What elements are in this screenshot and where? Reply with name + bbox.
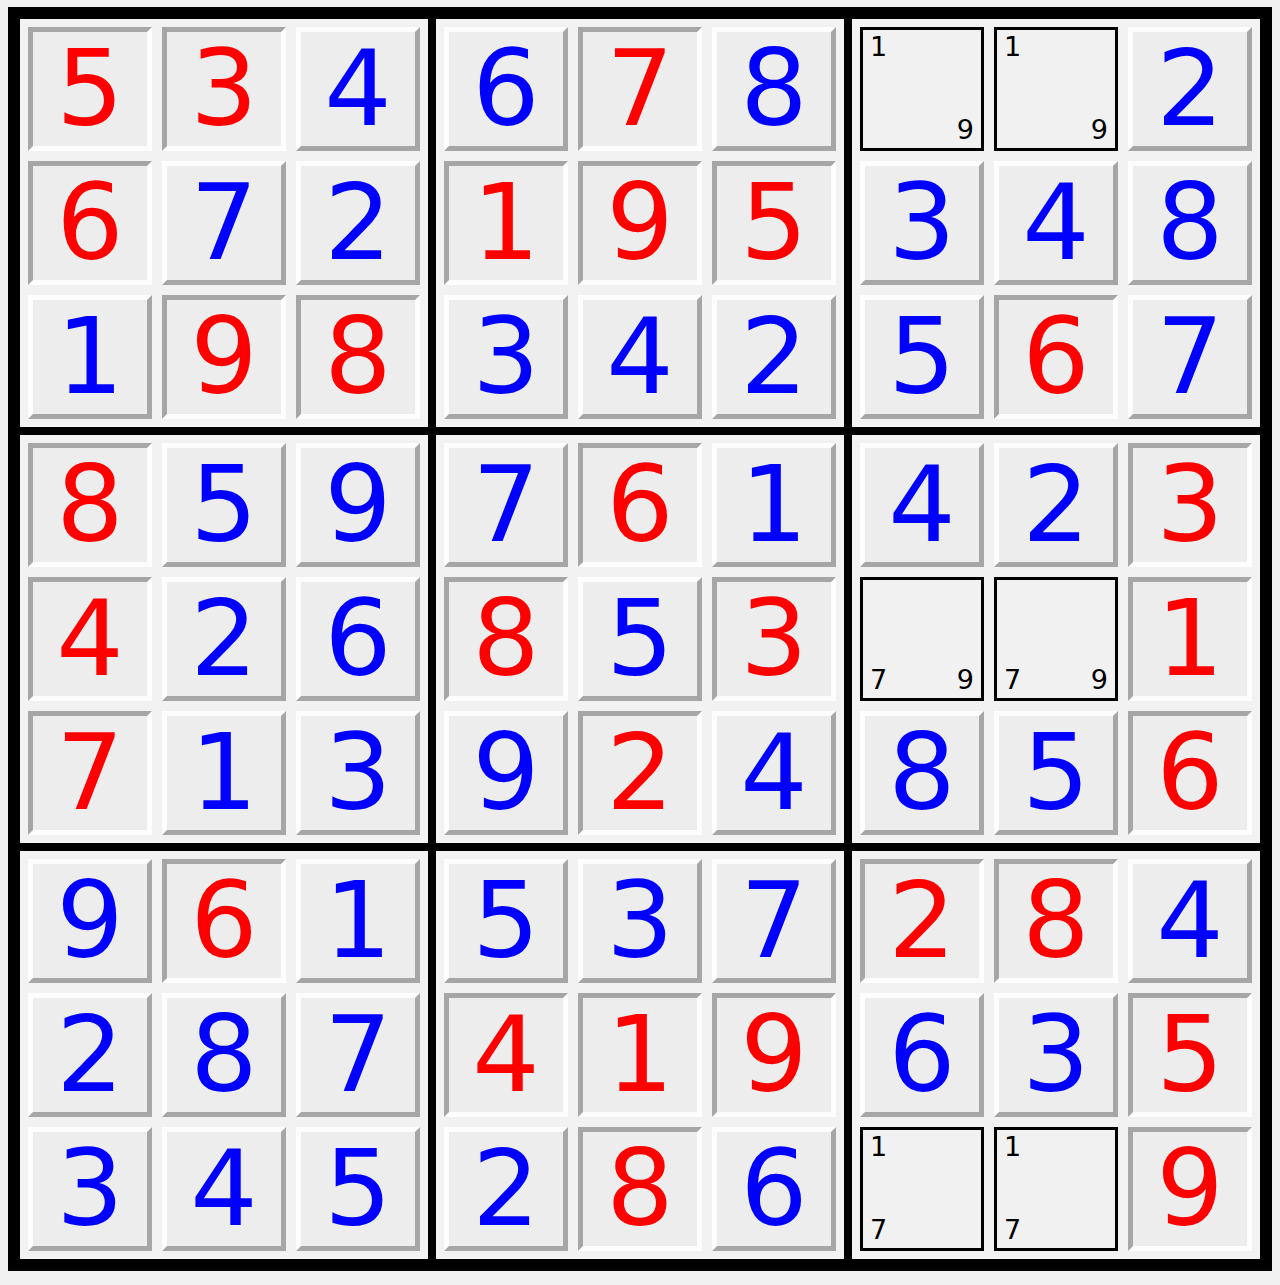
cell-r2c1[interactable]: 6 — [28, 161, 152, 285]
given-digit-6: 6 — [606, 452, 673, 558]
given-digit-1: 1 — [1156, 586, 1223, 692]
cell-r5c5[interactable]: 5 — [578, 577, 702, 701]
solved-digit-1: 1 — [190, 720, 257, 826]
cell-r5c2[interactable]: 2 — [162, 577, 286, 701]
cell-r9c6[interactable]: 6 — [712, 1127, 836, 1251]
cell-r8c8[interactable]: 3 — [994, 993, 1118, 1117]
given-digit-6: 6 — [1022, 304, 1089, 410]
given-digit-9: 9 — [1156, 1136, 1223, 1242]
given-digit-6: 6 — [56, 170, 123, 276]
cell-r1c5[interactable]: 7 — [578, 27, 702, 151]
solved-digit-2: 2 — [740, 304, 807, 410]
cell-r3c6[interactable]: 2 — [712, 295, 836, 419]
solved-digit-8: 8 — [190, 1002, 257, 1108]
pencil-marks: 17 — [997, 1130, 1115, 1248]
cell-r2c7[interactable]: 3 — [860, 161, 984, 285]
solved-digit-5: 5 — [606, 586, 673, 692]
box-1: 534672198 — [20, 19, 428, 427]
cell-r6c4[interactable]: 9 — [444, 711, 568, 835]
cell-r7c9[interactable]: 4 — [1128, 859, 1252, 983]
cell-r1c3[interactable]: 4 — [296, 27, 420, 151]
cell-r1c9[interactable]: 2 — [1128, 27, 1252, 151]
candidate-7: 7 — [870, 666, 887, 693]
solved-digit-2: 2 — [1156, 36, 1223, 142]
cell-r7c3[interactable]: 1 — [296, 859, 420, 983]
given-digit-7: 7 — [606, 36, 673, 142]
solved-digit-3: 3 — [888, 170, 955, 276]
solved-digit-2: 2 — [472, 1136, 539, 1242]
cell-r9c1[interactable]: 3 — [28, 1127, 152, 1251]
cell-r8c6[interactable]: 9 — [712, 993, 836, 1117]
solved-digit-5: 5 — [1022, 720, 1089, 826]
cell-r3c3[interactable]: 8 — [296, 295, 420, 419]
cell-r2c9[interactable]: 8 — [1128, 161, 1252, 285]
solved-digit-2: 2 — [56, 1002, 123, 1108]
given-digit-2: 2 — [888, 868, 955, 974]
given-digit-8: 8 — [1022, 868, 1089, 974]
solved-digit-6: 6 — [740, 1136, 807, 1242]
given-digit-9: 9 — [606, 170, 673, 276]
cell-r1c2[interactable]: 3 — [162, 27, 286, 151]
cell-r4c2[interactable]: 5 — [162, 443, 286, 567]
box-9: 28463517179 — [852, 851, 1260, 1259]
cell-r9c8[interactable]: 17 — [994, 1127, 1118, 1251]
cell-r6c5[interactable]: 2 — [578, 711, 702, 835]
solved-digit-3: 3 — [472, 304, 539, 410]
cell-r1c8[interactable]: 19 — [994, 27, 1118, 151]
cell-r3c8[interactable]: 6 — [994, 295, 1118, 419]
pencil-marks: 17 — [863, 1130, 981, 1248]
cell-r2c6[interactable]: 5 — [712, 161, 836, 285]
given-digit-1: 1 — [472, 170, 539, 276]
given-digit-8: 8 — [324, 304, 391, 410]
cell-r8c7[interactable]: 6 — [860, 993, 984, 1117]
cell-r8c5[interactable]: 1 — [578, 993, 702, 1117]
solved-digit-5: 5 — [190, 452, 257, 558]
cell-r7c6[interactable]: 7 — [712, 859, 836, 983]
candidate-7: 7 — [1004, 666, 1021, 693]
given-digit-1: 1 — [606, 1002, 673, 1108]
solved-digit-4: 4 — [888, 452, 955, 558]
cell-r1c6[interactable]: 8 — [712, 27, 836, 151]
candidate-1: 1 — [870, 33, 887, 60]
given-digit-8: 8 — [472, 586, 539, 692]
cell-r9c5[interactable]: 8 — [578, 1127, 702, 1251]
solved-digit-8: 8 — [888, 720, 955, 826]
solved-digit-9: 9 — [56, 868, 123, 974]
pencil-marks: 79 — [863, 580, 981, 698]
cell-r7c1[interactable]: 9 — [28, 859, 152, 983]
box-3: 19192348567 — [852, 19, 1260, 427]
pencil-marks: 19 — [997, 30, 1115, 148]
given-digit-6: 6 — [190, 868, 257, 974]
solved-digit-6: 6 — [888, 1002, 955, 1108]
candidate-1: 1 — [1004, 1133, 1021, 1160]
candidate-1: 1 — [1004, 33, 1021, 60]
solved-digit-8: 8 — [1156, 170, 1223, 276]
given-digit-2: 2 — [606, 720, 673, 826]
given-digit-4: 4 — [56, 586, 123, 692]
cell-r2c3[interactable]: 2 — [296, 161, 420, 285]
cell-r4c6[interactable]: 1 — [712, 443, 836, 567]
given-digit-6: 6 — [1156, 720, 1223, 826]
cell-r8c3[interactable]: 7 — [296, 993, 420, 1117]
solved-digit-2: 2 — [190, 586, 257, 692]
solved-digit-9: 9 — [472, 720, 539, 826]
solved-digit-3: 3 — [56, 1136, 123, 1242]
cell-r4c1[interactable]: 8 — [28, 443, 152, 567]
cell-r2c4[interactable]: 1 — [444, 161, 568, 285]
given-digit-3: 3 — [1156, 452, 1223, 558]
cell-r3c7[interactable]: 5 — [860, 295, 984, 419]
cell-r4c8[interactable]: 2 — [994, 443, 1118, 567]
cell-r4c3[interactable]: 9 — [296, 443, 420, 567]
solved-digit-7: 7 — [740, 868, 807, 974]
cell-r7c8[interactable]: 8 — [994, 859, 1118, 983]
cell-r8c1[interactable]: 2 — [28, 993, 152, 1117]
cell-r5c3[interactable]: 6 — [296, 577, 420, 701]
cell-r6c8[interactable]: 5 — [994, 711, 1118, 835]
pencil-marks: 19 — [863, 30, 981, 148]
solved-digit-2: 2 — [324, 170, 391, 276]
cell-r7c4[interactable]: 5 — [444, 859, 568, 983]
cell-r5c7[interactable]: 79 — [860, 577, 984, 701]
solved-digit-1: 1 — [324, 868, 391, 974]
solved-digit-4: 4 — [606, 304, 673, 410]
cell-r3c2[interactable]: 9 — [162, 295, 286, 419]
cell-r3c9[interactable]: 7 — [1128, 295, 1252, 419]
candidate-7: 7 — [1004, 1216, 1021, 1243]
cell-r3c4[interactable]: 3 — [444, 295, 568, 419]
cell-r1c7[interactable]: 19 — [860, 27, 984, 151]
given-digit-9: 9 — [740, 1002, 807, 1108]
given-digit-3: 3 — [740, 586, 807, 692]
solved-digit-3: 3 — [606, 868, 673, 974]
solved-digit-7: 7 — [472, 452, 539, 558]
candidate-7: 7 — [870, 1216, 887, 1243]
given-digit-7: 7 — [56, 720, 123, 826]
cell-r9c4[interactable]: 2 — [444, 1127, 568, 1251]
cell-r6c2[interactable]: 1 — [162, 711, 286, 835]
given-digit-9: 9 — [190, 304, 257, 410]
cell-r7c5[interactable]: 3 — [578, 859, 702, 983]
cell-r9c9[interactable]: 9 — [1128, 1127, 1252, 1251]
solved-digit-7: 7 — [1156, 304, 1223, 410]
given-digit-8: 8 — [56, 452, 123, 558]
box-8: 537419286 — [436, 851, 844, 1259]
cell-r6c3[interactable]: 3 — [296, 711, 420, 835]
cell-r6c7[interactable]: 8 — [860, 711, 984, 835]
candidate-9: 9 — [1091, 666, 1108, 693]
pencil-marks: 79 — [997, 580, 1115, 698]
candidate-9: 9 — [957, 666, 974, 693]
solved-digit-5: 5 — [324, 1136, 391, 1242]
solved-digit-4: 4 — [1156, 868, 1223, 974]
candidate-1: 1 — [870, 1133, 887, 1160]
cell-r5c1[interactable]: 4 — [28, 577, 152, 701]
box-6: 42379791856 — [852, 435, 1260, 843]
solved-digit-2: 2 — [1022, 452, 1089, 558]
solved-digit-6: 6 — [472, 36, 539, 142]
cell-r7c2[interactable]: 6 — [162, 859, 286, 983]
solved-digit-5: 5 — [888, 304, 955, 410]
cell-r1c1[interactable]: 5 — [28, 27, 152, 151]
solved-digit-6: 6 — [324, 586, 391, 692]
cell-r4c4[interactable]: 7 — [444, 443, 568, 567]
cell-r6c1[interactable]: 7 — [28, 711, 152, 835]
cell-r8c2[interactable]: 8 — [162, 993, 286, 1117]
box-2: 678195342 — [436, 19, 844, 427]
box-5: 761853924 — [436, 435, 844, 843]
given-digit-8: 8 — [606, 1136, 673, 1242]
cell-r2c2[interactable]: 7 — [162, 161, 286, 285]
cell-r5c9[interactable]: 1 — [1128, 577, 1252, 701]
given-digit-5: 5 — [740, 170, 807, 276]
cell-r6c6[interactable]: 4 — [712, 711, 836, 835]
cell-r2c8[interactable]: 4 — [994, 161, 1118, 285]
cell-r2c5[interactable]: 9 — [578, 161, 702, 285]
cell-r3c1[interactable]: 1 — [28, 295, 152, 419]
sudoku-board: 5346721986781953421919234856785942671376… — [8, 7, 1272, 1271]
given-digit-5: 5 — [56, 36, 123, 142]
cell-r7c7[interactable]: 2 — [860, 859, 984, 983]
cell-r9c3[interactable]: 5 — [296, 1127, 420, 1251]
cell-r5c4[interactable]: 8 — [444, 577, 568, 701]
cell-r6c9[interactable]: 6 — [1128, 711, 1252, 835]
solved-digit-1: 1 — [56, 304, 123, 410]
cell-r4c9[interactable]: 3 — [1128, 443, 1252, 567]
solved-digit-5: 5 — [472, 868, 539, 974]
solved-digit-4: 4 — [324, 36, 391, 142]
solved-digit-3: 3 — [324, 720, 391, 826]
box-7: 961287345 — [20, 851, 428, 1259]
cell-r1c4[interactable]: 6 — [444, 27, 568, 151]
cell-r5c8[interactable]: 79 — [994, 577, 1118, 701]
cell-r5c6[interactable]: 3 — [712, 577, 836, 701]
solved-digit-9: 9 — [324, 452, 391, 558]
given-digit-5: 5 — [1156, 1002, 1223, 1108]
solved-digit-7: 7 — [190, 170, 257, 276]
solved-digit-4: 4 — [1022, 170, 1089, 276]
candidate-9: 9 — [1091, 116, 1108, 143]
cell-r9c7[interactable]: 17 — [860, 1127, 984, 1251]
cell-r3c5[interactable]: 4 — [578, 295, 702, 419]
solved-digit-4: 4 — [190, 1136, 257, 1242]
solved-digit-8: 8 — [740, 36, 807, 142]
cell-r8c9[interactable]: 5 — [1128, 993, 1252, 1117]
cell-r9c2[interactable]: 4 — [162, 1127, 286, 1251]
box-4: 859426713 — [20, 435, 428, 843]
given-digit-3: 3 — [190, 36, 257, 142]
cell-r4c7[interactable]: 4 — [860, 443, 984, 567]
cell-r4c5[interactable]: 6 — [578, 443, 702, 567]
candidate-9: 9 — [957, 116, 974, 143]
given-digit-4: 4 — [472, 1002, 539, 1108]
solved-digit-7: 7 — [324, 1002, 391, 1108]
solved-digit-3: 3 — [1022, 1002, 1089, 1108]
solved-digit-1: 1 — [740, 452, 807, 558]
solved-digit-4: 4 — [740, 720, 807, 826]
cell-r8c4[interactable]: 4 — [444, 993, 568, 1117]
